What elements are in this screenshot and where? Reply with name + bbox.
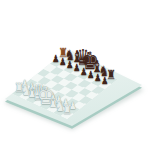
piece-white-rook-h1[interactable]: ♜	[62, 103, 72, 116]
piece-black-pawn-h7[interactable]: ♟	[101, 76, 108, 86]
glass-chess-set-photo: ♜♞♝♛♚♝♞♜♟♟♟♟♟♟♟♟♟♟♟♟♟♟♟♟♜♞♝♛♚♝♞♜	[0, 0, 150, 150]
